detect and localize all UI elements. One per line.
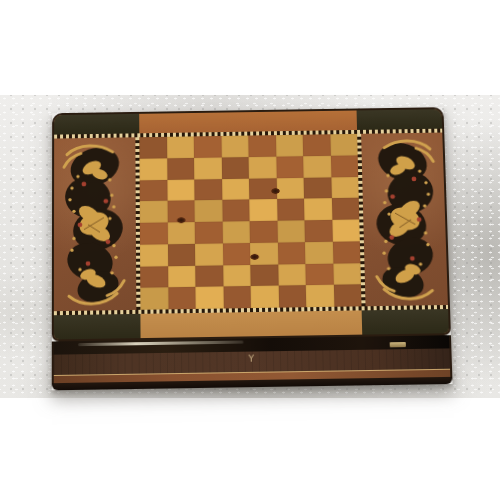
board-square [330, 134, 358, 156]
board-square [140, 266, 168, 288]
board-square [195, 287, 223, 309]
board-square [277, 199, 305, 221]
hinge-plate [390, 342, 406, 347]
corner-band-top-right [357, 109, 443, 130]
board-square [194, 179, 222, 201]
board-square [222, 243, 250, 265]
corner-band-bottom-right [362, 309, 449, 335]
board-square [195, 243, 223, 265]
board-square [278, 285, 306, 307]
board-square [304, 220, 332, 242]
board-square [140, 288, 168, 310]
bottom-golden-band [140, 310, 362, 338]
marquetry-panel-right [361, 133, 448, 307]
board-square [250, 221, 278, 243]
board-square [195, 265, 223, 287]
corner-band-top-left [54, 114, 139, 135]
board-square [168, 265, 196, 287]
photo-background: Y [0, 0, 500, 500]
board-square [167, 179, 195, 201]
wood-knot [271, 188, 280, 194]
board-square [249, 156, 277, 178]
board-square [332, 241, 360, 263]
board-square [194, 157, 222, 179]
board-square [330, 155, 358, 177]
board-square [276, 177, 304, 199]
lid-bottom-margin [54, 309, 449, 339]
board-square [331, 176, 359, 198]
board-square [248, 135, 276, 157]
board-square [306, 285, 334, 307]
lid-main-row [54, 133, 448, 312]
board-square [168, 287, 196, 309]
floral-marquetry-right [361, 133, 448, 307]
board-square [140, 201, 168, 223]
board-square [249, 199, 277, 221]
board-square [331, 198, 359, 220]
board-square [194, 200, 222, 222]
board-square [167, 136, 194, 158]
board-square [167, 222, 195, 244]
board-square [303, 134, 331, 156]
board-square [333, 284, 361, 306]
board-square [221, 136, 249, 158]
checkerboard-wrap [139, 134, 361, 310]
board-square [139, 137, 166, 159]
marquetry-panel-left [54, 137, 136, 311]
board-square [223, 264, 251, 286]
board-square [140, 244, 168, 266]
board-square [305, 241, 333, 263]
board-square [304, 177, 332, 199]
corner-band-bottom-left [54, 314, 141, 340]
board-square [222, 200, 250, 222]
board-square [250, 264, 278, 286]
board-square [276, 156, 304, 178]
board-square [223, 286, 251, 308]
board-square [303, 156, 331, 178]
board-square [195, 222, 223, 244]
board-square [275, 135, 303, 157]
board-square [139, 158, 166, 180]
board-square [140, 222, 168, 244]
rim-highlight [78, 341, 244, 347]
board-square [278, 264, 306, 286]
board-square [277, 220, 305, 242]
front-y-mark: Y [54, 351, 450, 366]
board-square [332, 219, 360, 241]
board-square [222, 221, 250, 243]
board-square [140, 179, 168, 201]
board-square [167, 158, 195, 180]
floral-marquetry-left [54, 137, 136, 311]
board-square [333, 263, 361, 285]
board-square [221, 157, 249, 179]
board-square [251, 286, 279, 308]
lid-top [52, 107, 451, 341]
board-square [222, 178, 250, 200]
board-square [167, 244, 195, 266]
board-square [194, 136, 222, 158]
checkerboard [139, 134, 361, 310]
board-square [305, 263, 333, 285]
board-square [277, 242, 305, 264]
board-square [304, 198, 332, 220]
games-box: Y [52, 107, 453, 390]
